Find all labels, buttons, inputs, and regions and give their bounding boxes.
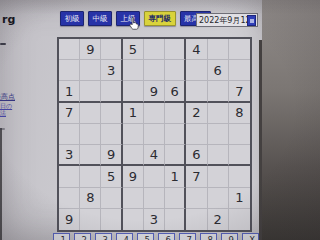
cell-r9c9[interactable] bbox=[229, 209, 250, 230]
cell-r8c6[interactable] bbox=[165, 188, 186, 209]
cell-r7c3[interactable]: 5 bbox=[101, 166, 122, 187]
cell-r3c8[interactable] bbox=[208, 81, 229, 102]
cell-r9c6[interactable] bbox=[165, 209, 186, 230]
cutoff-text-fragment bbox=[0, 128, 5, 130]
sidebar-link-2[interactable]: 今日の bbox=[0, 102, 34, 109]
cell-r1c8[interactable] bbox=[208, 39, 229, 60]
cell-r3c1[interactable]: 1 bbox=[59, 81, 80, 102]
cell-r9c3[interactable] bbox=[101, 209, 122, 230]
cell-r8c9[interactable]: 1 bbox=[229, 188, 250, 209]
cell-r2c1[interactable] bbox=[59, 60, 80, 81]
date-picker-button[interactable] bbox=[247, 15, 256, 26]
number-button-7[interactable]: 7 bbox=[179, 233, 196, 240]
cell-r9c2[interactable] bbox=[80, 209, 101, 230]
cell-r6c6[interactable] bbox=[165, 145, 186, 166]
photo-edge bbox=[0, 128, 2, 240]
sidebar-links: 最高点今日の解法 bbox=[0, 93, 34, 116]
cell-r8c7[interactable] bbox=[186, 188, 207, 209]
cell-r1c3[interactable] bbox=[101, 39, 122, 60]
cell-r9c5[interactable]: 3 bbox=[144, 209, 165, 230]
site-logo-fragment: rg bbox=[2, 13, 15, 26]
number-pad: 123456789X bbox=[53, 233, 259, 240]
photo-of-screen: rg 最高点今日の解法 初級中級上級専門級最高級 2022年9月12日 9543… bbox=[0, 0, 320, 240]
number-button-8[interactable]: 8 bbox=[200, 233, 217, 240]
cell-r2c7[interactable] bbox=[186, 60, 207, 81]
cell-r3c9[interactable]: 7 bbox=[229, 81, 250, 102]
cell-r7c6[interactable]: 1 bbox=[165, 166, 186, 187]
cell-r5c2[interactable] bbox=[80, 124, 101, 145]
cell-r3c5[interactable]: 9 bbox=[144, 81, 165, 102]
cell-r6c2[interactable] bbox=[80, 145, 101, 166]
cell-r2c9[interactable] bbox=[229, 60, 250, 81]
cell-r4c5[interactable] bbox=[144, 103, 165, 124]
cell-r7c7[interactable]: 7 bbox=[186, 166, 207, 187]
cell-r8c8[interactable] bbox=[208, 188, 229, 209]
cell-r4c4[interactable]: 1 bbox=[123, 103, 144, 124]
cell-r9c8[interactable]: 2 bbox=[208, 209, 229, 230]
cell-r1c1[interactable] bbox=[59, 39, 80, 60]
sudoku-board: 95436196771283946591781932 bbox=[57, 37, 252, 232]
cell-r7c5[interactable] bbox=[144, 166, 165, 187]
cell-r8c5[interactable] bbox=[144, 188, 165, 209]
cell-r7c9[interactable] bbox=[229, 166, 250, 187]
cell-r7c2[interactable] bbox=[80, 166, 101, 187]
cell-r6c3[interactable]: 9 bbox=[101, 145, 122, 166]
cell-r3c7[interactable] bbox=[186, 81, 207, 102]
date-value: 2022年9月12日 bbox=[197, 15, 247, 26]
cutoff-text-fragment bbox=[0, 43, 6, 45]
cell-r2c4[interactable] bbox=[123, 60, 144, 81]
cell-r8c3[interactable] bbox=[101, 188, 122, 209]
cell-r4c7[interactable]: 2 bbox=[186, 103, 207, 124]
cell-r4c9[interactable]: 8 bbox=[229, 103, 250, 124]
cell-r2c2[interactable] bbox=[80, 60, 101, 81]
cell-r4c2[interactable] bbox=[80, 103, 101, 124]
cell-r4c6[interactable] bbox=[165, 103, 186, 124]
number-button-9[interactable]: 9 bbox=[221, 233, 238, 240]
cell-r5c9[interactable] bbox=[229, 124, 250, 145]
difficulty-button-1[interactable]: 初級 bbox=[60, 11, 84, 26]
cell-r4c3[interactable] bbox=[101, 103, 122, 124]
cell-r7c1[interactable] bbox=[59, 166, 80, 187]
sidebar-link-3[interactable]: 解法 bbox=[0, 109, 34, 116]
cell-r6c9[interactable] bbox=[229, 145, 250, 166]
cell-r5c4[interactable] bbox=[123, 124, 144, 145]
number-button-3[interactable]: 3 bbox=[95, 233, 112, 240]
cell-r9c4[interactable] bbox=[123, 209, 144, 230]
cell-r5c5[interactable] bbox=[144, 124, 165, 145]
cell-r3c6[interactable]: 6 bbox=[165, 81, 186, 102]
cell-r5c1[interactable] bbox=[59, 124, 80, 145]
screen-edge bbox=[259, 40, 262, 240]
cell-r8c4[interactable] bbox=[123, 188, 144, 209]
cell-r2c3[interactable]: 3 bbox=[101, 60, 122, 81]
number-button-4[interactable]: 4 bbox=[116, 233, 133, 240]
cell-r8c2[interactable]: 8 bbox=[80, 188, 101, 209]
cell-r1c6[interactable] bbox=[165, 39, 186, 60]
cell-r5c3[interactable] bbox=[101, 124, 122, 145]
cell-r4c8[interactable] bbox=[208, 103, 229, 124]
cell-r2c6[interactable] bbox=[165, 60, 186, 81]
sidebar-link-1[interactable]: 最高点 bbox=[0, 93, 34, 102]
number-button-2[interactable]: 2 bbox=[74, 233, 91, 240]
number-button-5[interactable]: 5 bbox=[137, 233, 154, 240]
cell-r6c7[interactable]: 6 bbox=[186, 145, 207, 166]
cell-r3c2[interactable] bbox=[80, 81, 101, 102]
difficulty-button-2[interactable]: 中級 bbox=[88, 11, 112, 26]
cell-r3c3[interactable] bbox=[101, 81, 122, 102]
cell-r3c4[interactable] bbox=[123, 81, 144, 102]
cell-r9c7[interactable] bbox=[186, 209, 207, 230]
cell-r1c7[interactable]: 4 bbox=[186, 39, 207, 60]
difficulty-button-4[interactable]: 専門級 bbox=[144, 11, 176, 26]
cell-r5c6[interactable] bbox=[165, 124, 186, 145]
number-button-6[interactable]: 6 bbox=[158, 233, 175, 240]
cell-r2c8[interactable]: 6 bbox=[208, 60, 229, 81]
cell-r8c1[interactable] bbox=[59, 188, 80, 209]
cell-r1c9[interactable] bbox=[229, 39, 250, 60]
number-button-X[interactable]: X bbox=[242, 233, 259, 240]
date-input[interactable]: 2022年9月12日 bbox=[196, 13, 258, 27]
cell-r6c5[interactable]: 4 bbox=[144, 145, 165, 166]
cell-r1c4[interactable]: 5 bbox=[123, 39, 144, 60]
cell-r7c4[interactable]: 9 bbox=[123, 166, 144, 187]
number-button-1[interactable]: 1 bbox=[53, 233, 70, 240]
cell-r6c1[interactable]: 3 bbox=[59, 145, 80, 166]
monitor-bezel bbox=[262, 0, 320, 240]
cell-r7c8[interactable] bbox=[208, 166, 229, 187]
cell-r5c8[interactable] bbox=[208, 124, 229, 145]
cell-r6c8[interactable] bbox=[208, 145, 229, 166]
cell-r4c1[interactable]: 7 bbox=[59, 103, 80, 124]
cell-r9c1[interactable]: 9 bbox=[59, 209, 80, 230]
cell-r1c2[interactable]: 9 bbox=[80, 39, 101, 60]
cell-r1c5[interactable] bbox=[144, 39, 165, 60]
cell-r2c5[interactable] bbox=[144, 60, 165, 81]
cell-r6c4[interactable] bbox=[123, 145, 144, 166]
cell-r5c7[interactable] bbox=[186, 124, 207, 145]
hand-cursor-icon bbox=[127, 16, 141, 32]
